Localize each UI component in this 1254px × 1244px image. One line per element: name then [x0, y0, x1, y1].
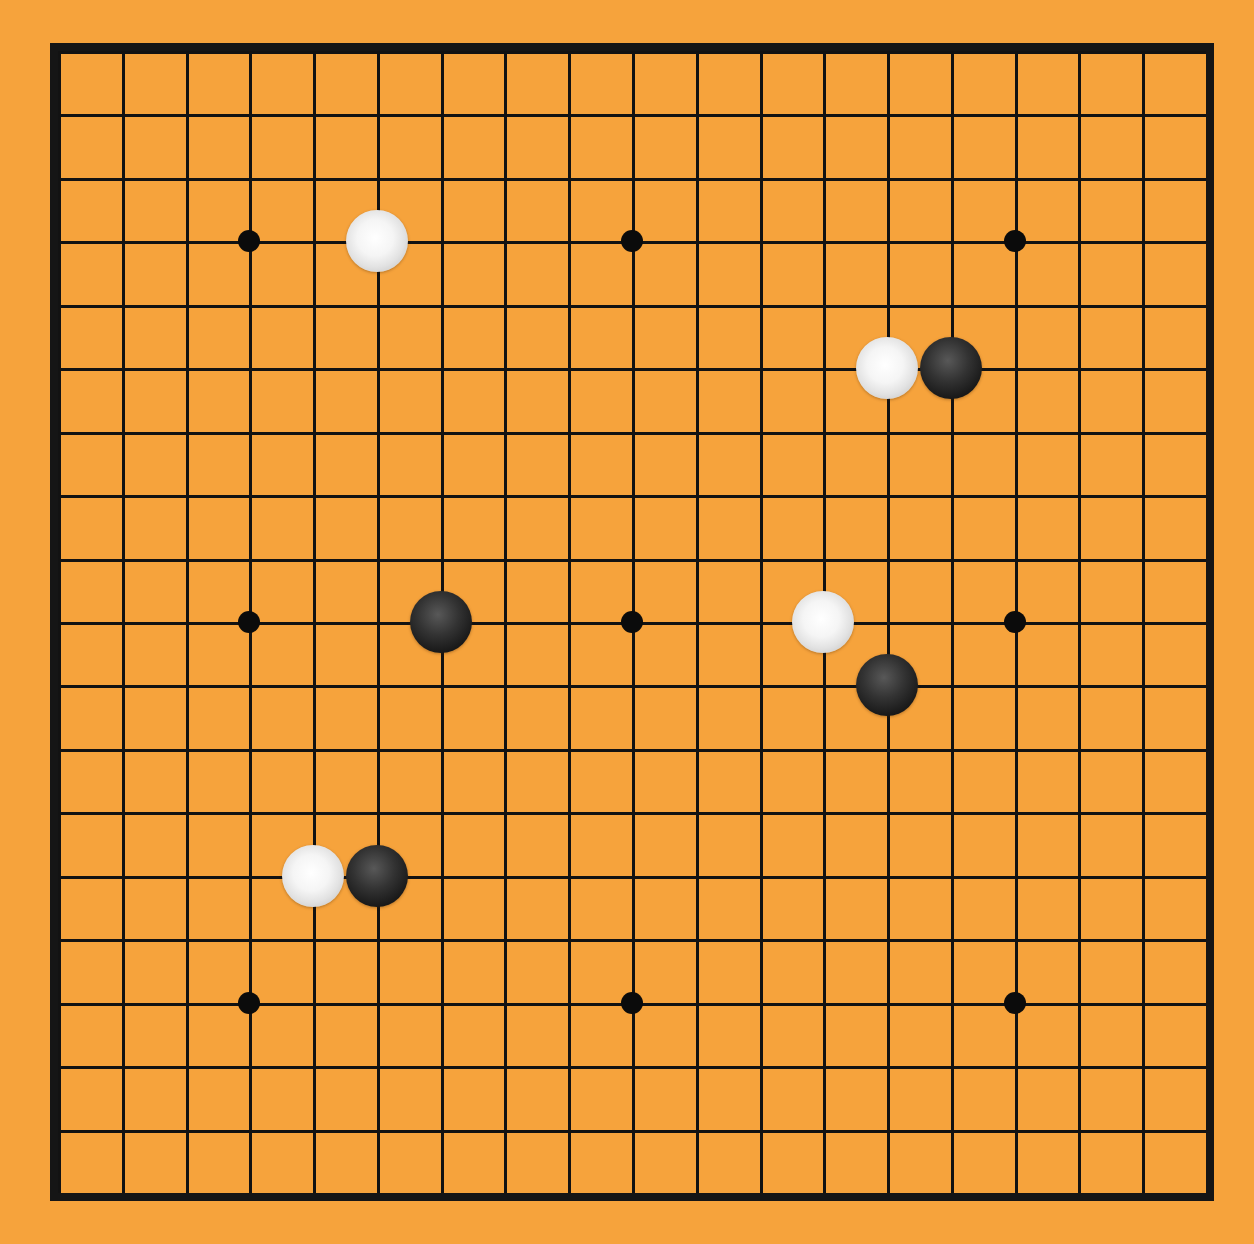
- star-point: [621, 992, 643, 1014]
- star-point: [621, 230, 643, 252]
- go-board[interactable]: [50, 43, 1214, 1201]
- board-overlay: [58, 51, 1206, 1193]
- stone-black-f6[interactable]: [346, 845, 408, 907]
- star-point: [621, 611, 643, 633]
- stone-white-o14[interactable]: [856, 337, 918, 399]
- star-point: [238, 611, 260, 633]
- star-point: [1004, 230, 1026, 252]
- star-point: [1004, 611, 1026, 633]
- star-point: [1004, 992, 1026, 1014]
- star-point: [238, 230, 260, 252]
- stone-white-e6[interactable]: [282, 845, 344, 907]
- stone-white-f16[interactable]: [346, 210, 408, 272]
- stone-black-p14[interactable]: [920, 337, 982, 399]
- stone-black-g10[interactable]: [410, 591, 472, 653]
- stone-white-n10[interactable]: [792, 591, 854, 653]
- stone-black-o9[interactable]: [856, 654, 918, 716]
- star-point: [238, 992, 260, 1014]
